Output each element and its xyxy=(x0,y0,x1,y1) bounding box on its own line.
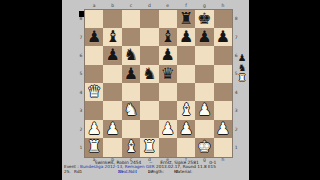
file-b-label: b xyxy=(103,3,121,9)
rank-3-label: 3 xyxy=(233,101,239,119)
square-g1[interactable]: ♚ xyxy=(195,138,213,156)
rank-6-label: 6 xyxy=(78,46,84,64)
white-pawn-piece[interactable]: ♟ xyxy=(105,120,119,138)
rank-5-label: 5 xyxy=(78,65,84,83)
square-h1[interactable] xyxy=(214,138,232,156)
white-king-piece[interactable]: ♚ xyxy=(197,138,211,156)
last-move: Rd1 xyxy=(74,169,82,174)
rank-4-label: 4 xyxy=(233,83,239,101)
square-b2[interactable]: ♟ xyxy=(103,120,121,138)
material-tray: ♟♞♜ xyxy=(236,53,249,82)
square-d2[interactable] xyxy=(140,120,158,138)
rank-labels-left: 87654321 xyxy=(78,10,84,157)
square-f4[interactable] xyxy=(177,83,195,101)
square-e2[interactable]: ♟ xyxy=(159,120,177,138)
square-c4[interactable] xyxy=(122,83,140,101)
square-c6[interactable]: ♞ xyxy=(122,46,140,64)
square-a3[interactable] xyxy=(85,101,103,119)
file-a-label: a xyxy=(85,3,103,9)
move-info-line: 25. Rd1 Next: 25 ...Nd4 Length: 27 Mater… xyxy=(62,169,249,174)
square-c7[interactable] xyxy=(122,28,140,46)
rank-1-label: 1 xyxy=(78,138,84,156)
square-d4[interactable] xyxy=(140,83,158,101)
square-d1[interactable]: ♜ xyxy=(140,138,158,156)
white-bishop-piece[interactable]: ♝ xyxy=(179,101,193,119)
rank-7-label: 7 xyxy=(233,28,239,46)
square-c3[interactable]: ♞ xyxy=(122,101,140,119)
square-e8[interactable] xyxy=(159,10,177,28)
square-b5[interactable] xyxy=(103,65,121,83)
square-e5[interactable]: ♛ xyxy=(159,65,177,83)
square-h2[interactable]: ♟ xyxy=(214,120,232,138)
square-h3[interactable] xyxy=(214,101,232,119)
square-a8[interactable] xyxy=(85,10,103,28)
square-c5[interactable]: ♟ xyxy=(122,65,140,83)
square-h4[interactable] xyxy=(214,83,232,101)
square-e1[interactable] xyxy=(159,138,177,156)
file-e-label: e xyxy=(159,3,177,9)
square-e4[interactable] xyxy=(159,83,177,101)
white-knight-piece[interactable]: ♞ xyxy=(124,101,138,119)
captured-white-rook-icon: ♜ xyxy=(238,73,247,83)
black-bishop-piece[interactable]: ♝ xyxy=(161,28,175,46)
square-a5[interactable] xyxy=(85,65,103,83)
square-b1[interactable] xyxy=(103,138,121,156)
black-pawn-piece[interactable]: ♟ xyxy=(179,28,193,46)
square-f3[interactable]: ♝ xyxy=(177,101,195,119)
square-f6[interactable] xyxy=(177,46,195,64)
square-a7[interactable]: ♟ xyxy=(85,28,103,46)
square-g5[interactable] xyxy=(195,65,213,83)
square-b6[interactable]: ♟ xyxy=(103,46,121,64)
square-g8[interactable]: ♚ xyxy=(195,10,213,28)
black-pawn-piece[interactable]: ♟ xyxy=(197,28,211,46)
square-g6[interactable] xyxy=(195,46,213,64)
square-d5[interactable]: ♞ xyxy=(140,65,158,83)
rank-2-label: 2 xyxy=(78,120,84,138)
square-g3[interactable]: ♟ xyxy=(195,101,213,119)
white-queen-piece[interactable]: ♛ xyxy=(87,83,101,101)
square-c8[interactable] xyxy=(122,10,140,28)
white-pawn-piece[interactable]: ♟ xyxy=(87,120,101,138)
white-pawn-piece[interactable]: ♟ xyxy=(179,120,193,138)
square-b7[interactable]: ♝ xyxy=(103,28,121,46)
square-f1[interactable] xyxy=(177,138,195,156)
square-h5[interactable] xyxy=(214,65,232,83)
square-e3[interactable] xyxy=(159,101,177,119)
square-f7[interactable]: ♟ xyxy=(177,28,195,46)
square-d8[interactable] xyxy=(140,10,158,28)
rank-7-label: 7 xyxy=(78,28,84,46)
black-pawn-piece[interactable]: ♟ xyxy=(87,28,101,46)
rank-4-label: 4 xyxy=(78,83,84,101)
square-e7[interactable]: ♝ xyxy=(159,28,177,46)
rank-1-label: 1 xyxy=(233,138,239,156)
square-b3[interactable] xyxy=(103,101,121,119)
square-e6[interactable]: ♟ xyxy=(159,46,177,64)
file-h-label: h xyxy=(214,3,232,9)
square-d6[interactable] xyxy=(140,46,158,64)
black-knight-piece[interactable]: ♞ xyxy=(142,65,156,83)
black-pawn-piece[interactable]: ♟ xyxy=(105,46,119,64)
square-a4[interactable]: ♛ xyxy=(85,83,103,101)
file-d-label: d xyxy=(140,3,158,9)
black-knight-piece[interactable]: ♞ xyxy=(124,46,138,64)
rank-2-label: 2 xyxy=(233,120,239,138)
black-bishop-piece[interactable]: ♝ xyxy=(105,28,119,46)
black-pawn-piece[interactable]: ♟ xyxy=(124,65,138,83)
white-pawn-piece[interactable]: ♟ xyxy=(216,120,230,138)
square-f2[interactable]: ♟ xyxy=(177,120,195,138)
black-rook-piece[interactable]: ♜ xyxy=(179,10,193,28)
square-f5[interactable] xyxy=(177,65,195,83)
square-a2[interactable]: ♟ xyxy=(85,120,103,138)
white-bishop-piece[interactable]: ♝ xyxy=(124,138,138,156)
black-pawn-piece[interactable]: ♟ xyxy=(216,28,230,46)
square-h7[interactable]: ♟ xyxy=(214,28,232,46)
square-c2[interactable] xyxy=(122,120,140,138)
square-g4[interactable] xyxy=(195,83,213,101)
rank-8-label: 8 xyxy=(233,10,239,28)
black-pawn-piece[interactable]: ♟ xyxy=(161,46,175,64)
square-f8[interactable]: ♜ xyxy=(177,10,195,28)
square-a6[interactable] xyxy=(85,46,103,64)
chess-app-panel: abcdefgh abcdefgh 87654321 87654321 ♜♚♟♝… xyxy=(62,0,249,180)
black-to-move-indicator xyxy=(79,11,85,17)
chess-board: ♜♚♟♝♝♟♟♟♟♞♟♟♞♛♛♞♝♟♟♟♟♟♟♜♝♜♚ xyxy=(85,10,232,157)
square-h6[interactable] xyxy=(214,46,232,64)
white-pawn-piece[interactable]: ♟ xyxy=(197,101,211,119)
white-pawn-piece[interactable]: ♟ xyxy=(161,120,175,138)
black-king-piece[interactable]: ♚ xyxy=(197,10,211,28)
rank-3-label: 3 xyxy=(78,101,84,119)
white-rook-piece[interactable]: ♜ xyxy=(142,138,156,156)
black-queen-piece[interactable]: ♛ xyxy=(161,65,175,83)
rank-labels-right: 87654321 xyxy=(233,10,239,157)
file-c-label: c xyxy=(122,3,140,9)
square-d3[interactable] xyxy=(140,101,158,119)
square-g7[interactable]: ♟ xyxy=(195,28,213,46)
square-d7[interactable] xyxy=(140,28,158,46)
move-number: 25. xyxy=(64,169,71,174)
square-b8[interactable] xyxy=(103,10,121,28)
square-b4[interactable] xyxy=(103,83,121,101)
white-rook-piece[interactable]: ♜ xyxy=(87,138,101,156)
video-frame: abcdefgh abcdefgh 87654321 87654321 ♜♚♟♝… xyxy=(0,0,320,180)
square-g2[interactable] xyxy=(195,120,213,138)
square-a1[interactable]: ♜ xyxy=(85,138,103,156)
square-c1[interactable]: ♝ xyxy=(122,138,140,156)
square-h8[interactable] xyxy=(214,10,232,28)
